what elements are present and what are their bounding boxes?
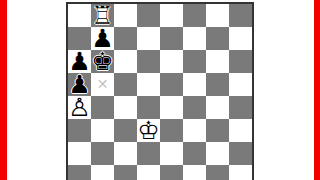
piece-black-king-b6: ♚	[91, 50, 114, 73]
square-a1	[68, 165, 91, 180]
square-d2	[137, 142, 160, 165]
square-a2	[68, 142, 91, 165]
square-h4	[229, 96, 252, 119]
video-frame: ♜♖♟♟♚♟✕♟♙♚♔	[0, 0, 320, 180]
square-e5	[160, 73, 183, 96]
left-red-stripe	[0, 0, 7, 180]
square-b6: ♚	[91, 50, 114, 73]
square-h1	[229, 165, 252, 180]
square-d1	[137, 165, 160, 180]
square-d7	[137, 27, 160, 50]
square-f6	[183, 50, 206, 73]
square-f4	[183, 96, 206, 119]
square-b3	[91, 119, 114, 142]
square-a4: ♟♙	[68, 96, 91, 119]
square-c2	[114, 142, 137, 165]
square-e7	[160, 27, 183, 50]
square-f2	[183, 142, 206, 165]
piece-white-pawn-a4: ♙	[68, 96, 91, 119]
square-e8	[160, 4, 183, 27]
square-d8	[137, 4, 160, 27]
square-c1	[114, 165, 137, 180]
square-d3: ♚♔	[137, 119, 160, 142]
right-red-stripe	[314, 0, 320, 180]
square-b2	[91, 142, 114, 165]
square-f8	[183, 4, 206, 27]
square-g2	[206, 142, 229, 165]
square-c7	[114, 27, 137, 50]
square-g1	[206, 165, 229, 180]
square-c4	[114, 96, 137, 119]
square-b4	[91, 96, 114, 119]
square-d6	[137, 50, 160, 73]
square-b1	[91, 165, 114, 180]
square-g4	[206, 96, 229, 119]
x-mark-b5: ✕	[91, 73, 114, 96]
square-h5	[229, 73, 252, 96]
square-h6	[229, 50, 252, 73]
square-g6	[206, 50, 229, 73]
square-f3	[183, 119, 206, 142]
square-h2	[229, 142, 252, 165]
square-c3	[114, 119, 137, 142]
square-g8	[206, 4, 229, 27]
square-g7	[206, 27, 229, 50]
square-h7	[229, 27, 252, 50]
square-a3	[68, 119, 91, 142]
square-g5	[206, 73, 229, 96]
square-e3	[160, 119, 183, 142]
square-e4	[160, 96, 183, 119]
square-f7	[183, 27, 206, 50]
square-b5: ✕	[91, 73, 114, 96]
square-g3	[206, 119, 229, 142]
square-h3	[229, 119, 252, 142]
piece-white-king-d3: ♔	[137, 119, 160, 142]
square-e1	[160, 165, 183, 180]
square-h8	[229, 4, 252, 27]
square-c6	[114, 50, 137, 73]
chess-board: ♜♖♟♟♚♟✕♟♙♚♔	[66, 2, 254, 180]
square-d5	[137, 73, 160, 96]
square-a8	[68, 4, 91, 27]
square-e2	[160, 142, 183, 165]
square-f5	[183, 73, 206, 96]
square-c8	[114, 4, 137, 27]
square-f1	[183, 165, 206, 180]
square-e6	[160, 50, 183, 73]
square-c5	[114, 73, 137, 96]
